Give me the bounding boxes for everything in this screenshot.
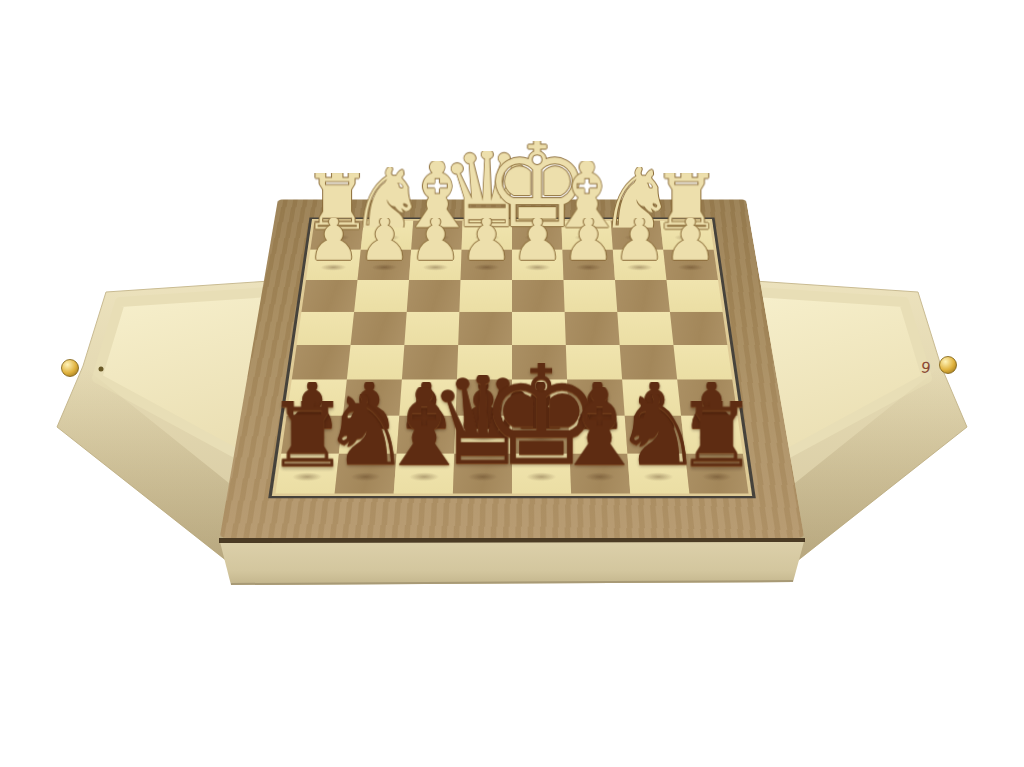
box-front-face [219, 538, 805, 585]
left-drawer-knob-screw [99, 367, 104, 372]
chess-board: ♜♞♝♛♚♝♞♜♟♟♟♟♟♟♟♟♟♟♟♟♟♟♟♟♜♞♝♛♚♝♞♜ [220, 200, 805, 538]
box-front [219, 538, 805, 585]
square-r8-c8[interactable]: ♜ [685, 454, 748, 494]
piece-dark-rook[interactable]: ♜ [635, 401, 797, 473]
chess-box-scene: 9 ♜♞♝♛♚♝♞♜♟♟♟♟♟♟♟♟♟♟♟♟♟♟♟♟♜♞♝♛♚♝♞♜ [0, 0, 1024, 767]
right-drawer-knob[interactable] [940, 357, 957, 374]
left-drawer-knob[interactable] [62, 360, 79, 377]
